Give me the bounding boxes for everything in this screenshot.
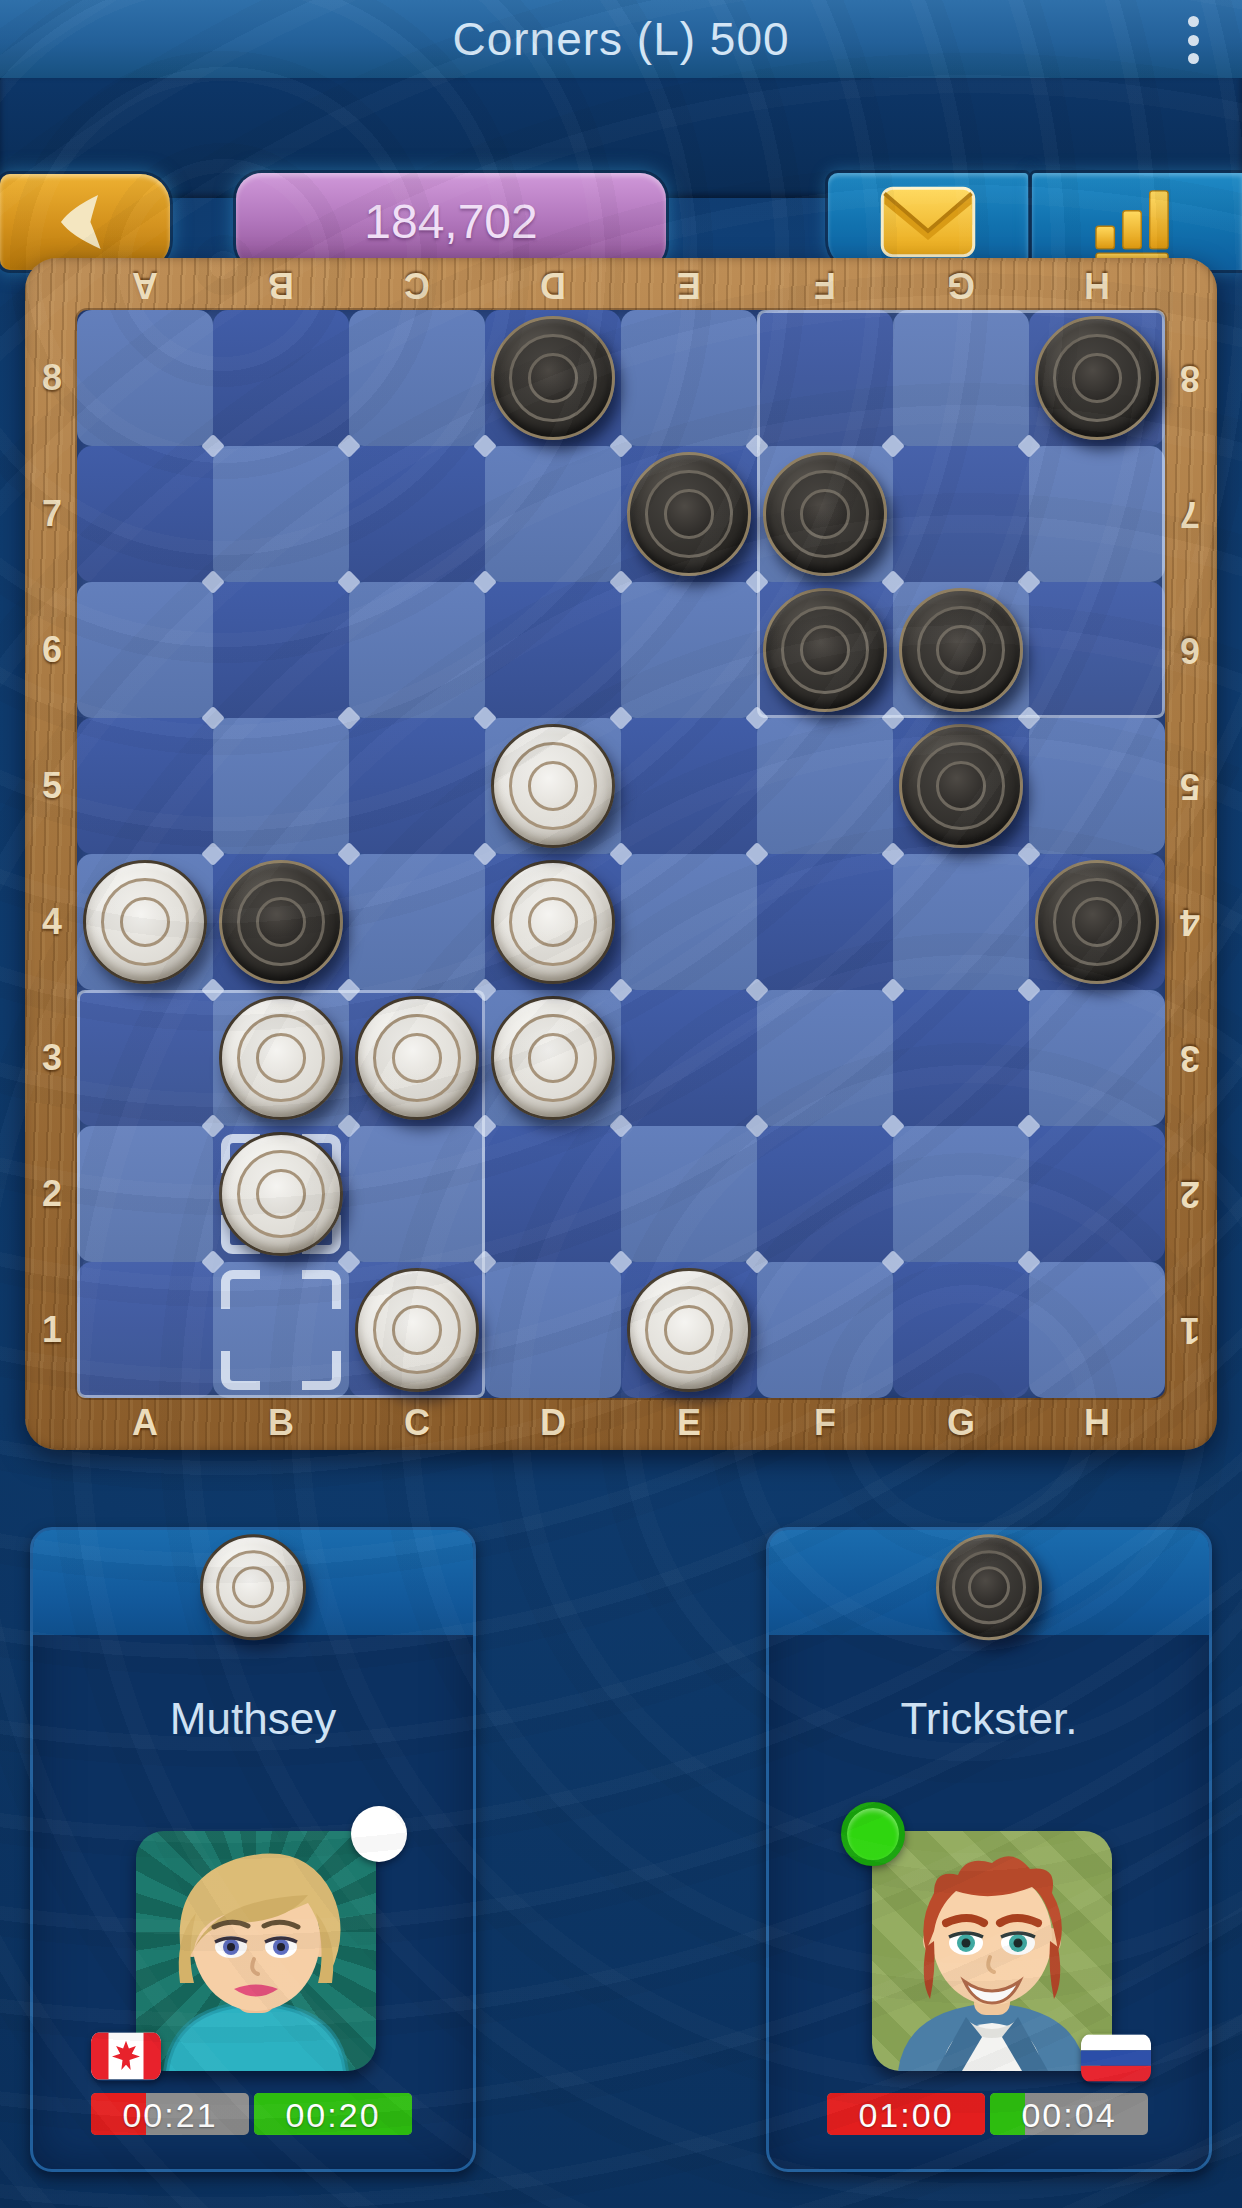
avatar[interactable] [872,1831,1112,2071]
checker-black-d8[interactable] [491,316,615,440]
player-color-strip [769,1530,1209,1635]
board-field [77,310,1165,1398]
black-checker-icon [936,1534,1042,1640]
square-A1[interactable] [77,1262,213,1398]
toolbar: 184,702 [0,78,1242,198]
square-A3[interactable] [77,990,213,1126]
envelope-icon [880,186,976,258]
mail-button[interactable] [828,173,1028,270]
coord-label-8: 8 [29,310,75,446]
square-E2[interactable] [621,1126,757,1262]
white-checker-icon [200,1534,306,1640]
coord-label-6: 6 [29,582,75,718]
kebab-menu-icon[interactable] [1178,16,1208,64]
square-F5[interactable] [757,718,893,854]
square-G2[interactable] [893,1126,1029,1262]
timer-main: 00:21 [91,2093,249,2135]
square-E3[interactable] [621,990,757,1126]
coord-label-1: 1 [1167,1262,1213,1398]
checker-black-g5[interactable] [899,724,1023,848]
square-H5[interactable] [1029,718,1165,854]
coins-value: 184,702 [236,173,666,270]
rank-labels-right: 87654321 [1167,310,1213,1398]
flag-russia-icon [1081,2033,1151,2083]
player-name: Trickster. [769,1694,1209,1744]
player-name: Muthsey [33,1694,473,1744]
square-B6[interactable] [213,582,349,718]
file-labels-top: ABCDEFGH [77,262,1165,308]
game-board: ABCDEFGH ABCDEFGH 87654321 87654321 [25,258,1217,1450]
coord-label-D: D [485,262,621,308]
checker-white-b3[interactable] [219,996,343,1120]
coord-label-A: A [77,262,213,308]
back-arrow-icon [52,188,116,256]
coord-label-3: 3 [1167,990,1213,1126]
coord-label-H: H [1029,1400,1165,1446]
checker-black-h8[interactable] [1035,316,1159,440]
checker-white-c3[interactable] [355,996,479,1120]
square-D1[interactable] [485,1262,621,1398]
square-C6[interactable] [349,582,485,718]
square-F4[interactable] [757,854,893,990]
square-G3[interactable] [893,990,1029,1126]
timer-row: 00:21 00:20 [33,2093,473,2135]
square-C5[interactable] [349,718,485,854]
coord-label-6: 6 [1167,582,1213,718]
coord-label-7: 7 [29,446,75,582]
square-H2[interactable] [1029,1126,1165,1262]
coord-label-G: G [893,1400,1029,1446]
flag-canada-icon [91,2031,161,2081]
coord-label-B: B [213,1400,349,1446]
square-G4[interactable] [893,854,1029,990]
coord-label-C: C [349,262,485,308]
coord-label-B: B [213,262,349,308]
square-G1[interactable] [893,1262,1029,1398]
coord-label-H: H [1029,262,1165,308]
square-F3[interactable] [757,990,893,1126]
player-card-right[interactable]: Trickster. [766,1527,1212,2172]
coord-label-G: G [893,262,1029,308]
square-F1[interactable] [757,1262,893,1398]
square-H6[interactable] [1029,582,1165,718]
timer-row: 01:00 00:04 [769,2093,1209,2135]
white-side-badge [351,1806,407,1862]
square-A5[interactable] [77,718,213,854]
square-F8[interactable] [757,310,893,446]
square-E8[interactable] [621,310,757,446]
coord-label-F: F [757,1400,893,1446]
coord-label-2: 2 [1167,1126,1213,1262]
checker-black-e7[interactable] [627,452,751,576]
coord-label-3: 3 [29,990,75,1126]
checker-white-d3[interactable] [491,996,615,1120]
square-F2[interactable] [757,1126,893,1262]
checker-white-d4[interactable] [491,860,615,984]
checker-black-g6[interactable] [899,588,1023,712]
stats-button[interactable] [1032,173,1242,270]
coord-label-5: 5 [1167,718,1213,854]
square-A7[interactable] [77,446,213,582]
back-button[interactable] [0,174,170,270]
coins-balance[interactable]: 184,702 [236,173,666,270]
timer-main: 01:00 [827,2093,985,2135]
title-bar: Corners (L) 500 [0,0,1242,80]
checker-black-f6[interactable] [763,588,887,712]
square-H3[interactable] [1029,990,1165,1126]
rank-labels-left: 87654321 [29,310,75,1398]
square-D6[interactable] [485,582,621,718]
coord-label-D: D [485,1400,621,1446]
coord-label-8: 8 [1167,310,1213,446]
coord-label-A: A [77,1400,213,1446]
square-C8[interactable] [349,310,485,446]
square-C2[interactable] [349,1126,485,1262]
checker-white-d5[interactable] [491,724,615,848]
checker-black-h4[interactable] [1035,860,1159,984]
turn-indicator-badge [841,1802,905,1866]
square-H1[interactable] [1029,1262,1165,1398]
coord-label-4: 4 [1167,854,1213,990]
square-G7[interactable] [893,446,1029,582]
square-C7[interactable] [349,446,485,582]
timer-move: 00:20 [254,2093,412,2135]
coord-label-E: E [621,1400,757,1446]
checker-white-c1[interactable] [355,1268,479,1392]
checker-black-f7[interactable] [763,452,887,576]
coord-label-5: 5 [29,718,75,854]
coord-label-2: 2 [29,1126,75,1262]
player-color-strip [33,1530,473,1635]
coord-label-E: E [621,262,757,308]
player-card-left[interactable]: Muthsey [30,1527,476,2172]
square-A2[interactable] [77,1126,213,1262]
coord-label-F: F [757,262,893,308]
coord-label-7: 7 [1167,446,1213,582]
square-B1[interactable] [213,1262,349,1398]
square-D2[interactable] [485,1126,621,1262]
square-E6[interactable] [621,582,757,718]
square-H7[interactable] [1029,446,1165,582]
square-B8[interactable] [213,310,349,446]
app-screen: { "header": { "title": "Corners (L) 500"… [0,0,1242,2208]
coord-label-1: 1 [29,1262,75,1398]
page-title: Corners (L) 500 [0,0,1242,78]
checker-black-b4[interactable] [219,860,343,984]
coord-label-C: C [349,1400,485,1446]
checker-white-e1[interactable] [627,1268,751,1392]
square-G8[interactable] [893,310,1029,446]
checker-white-b2[interactable] [219,1132,343,1256]
file-labels-bottom: ABCDEFGH [77,1400,1165,1446]
square-B5[interactable] [213,718,349,854]
bar-chart-icon [1091,181,1183,263]
square-C4[interactable] [349,854,485,990]
square-A8[interactable] [77,310,213,446]
square-E5[interactable] [621,718,757,854]
square-A6[interactable] [77,582,213,718]
checker-white-a4[interactable] [83,860,207,984]
timer-move: 00:04 [990,2093,1148,2135]
coord-label-4: 4 [29,854,75,990]
square-D7[interactable] [485,446,621,582]
avatar[interactable] [136,1831,376,2071]
square-B7[interactable] [213,446,349,582]
square-E4[interactable] [621,854,757,990]
